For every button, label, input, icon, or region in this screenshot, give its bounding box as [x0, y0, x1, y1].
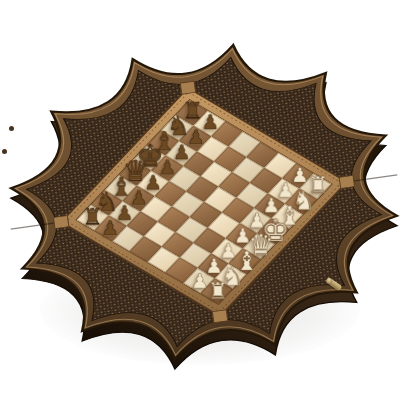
hinge-pin [9, 126, 14, 131]
hinge-pin [2, 149, 7, 154]
chess-board: ♜♟♞♟♝♟♚♟♟♛♜♟♟♝♞♟♟♞♝♟♟♜♚♟♟♛♟♝♟♞♟♜ [0, 0, 400, 400]
product-photo: ♜♟♞♟♝♟♚♟♟♛♜♟♟♝♞♟♟♞♝♟♟♜♚♟♟♛♟♝♟♞♟♜ [0, 0, 400, 400]
